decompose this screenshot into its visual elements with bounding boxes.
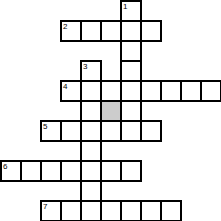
cell-r10c4[interactable] <box>80 200 102 221</box>
clue-number-3: 3 <box>83 62 87 71</box>
cell-r1c7[interactable] <box>140 20 162 42</box>
cell-r6c5[interactable] <box>100 120 122 142</box>
cell-r0c6[interactable]: 1 <box>120 0 142 22</box>
cell-r4c4[interactable] <box>80 80 102 102</box>
crossword-board: 1234567 <box>0 0 221 221</box>
cell-r10c3[interactable] <box>60 200 82 221</box>
cell-r2c6[interactable] <box>120 40 142 62</box>
cell-r8c3[interactable] <box>60 160 82 182</box>
cell-r4c8[interactable] <box>160 80 182 102</box>
cell-r10c7[interactable] <box>140 200 162 221</box>
cell-r1c6[interactable] <box>120 20 142 42</box>
cell-r4c5[interactable] <box>100 80 122 102</box>
cell-r8c6[interactable] <box>120 160 142 182</box>
cell-r5c5-shaded[interactable] <box>100 100 122 122</box>
cell-r6c3[interactable] <box>60 120 82 142</box>
clue-number-2: 2 <box>63 22 67 31</box>
cell-r1c3[interactable]: 2 <box>60 20 82 42</box>
cell-r1c4[interactable] <box>80 20 102 42</box>
clue-number-4: 4 <box>63 82 67 91</box>
clue-number-1: 1 <box>123 2 127 11</box>
cell-r8c1[interactable] <box>20 160 42 182</box>
cell-r10c2[interactable]: 7 <box>40 200 62 221</box>
cell-r3c4[interactable]: 3 <box>80 60 102 82</box>
cell-r8c4[interactable] <box>80 160 102 182</box>
cell-r10c5[interactable] <box>100 200 122 221</box>
cell-r5c6[interactable] <box>120 100 142 122</box>
cell-r4c6[interactable] <box>120 80 142 102</box>
cell-r4c7[interactable] <box>140 80 162 102</box>
cell-r6c7[interactable] <box>140 120 162 142</box>
cell-r4c9[interactable] <box>180 80 202 102</box>
clue-number-6: 6 <box>3 162 7 171</box>
clue-number-5: 5 <box>43 122 47 131</box>
cell-r6c4[interactable] <box>80 120 102 142</box>
cell-r8c0[interactable]: 6 <box>0 160 22 182</box>
cell-r10c8[interactable] <box>160 200 182 221</box>
clue-number-7: 7 <box>43 202 47 211</box>
cell-r7c4[interactable] <box>80 140 102 162</box>
cell-r10c6[interactable] <box>120 200 142 221</box>
cell-r1c5[interactable] <box>100 20 122 42</box>
cell-r6c2[interactable]: 5 <box>40 120 62 142</box>
cell-r4c10[interactable] <box>200 80 221 102</box>
cell-r3c6[interactable] <box>120 60 142 82</box>
cell-r8c2[interactable] <box>40 160 62 182</box>
cell-r4c3[interactable]: 4 <box>60 80 82 102</box>
cell-r6c6[interactable] <box>120 120 142 142</box>
cell-r9c4[interactable] <box>80 180 102 202</box>
cell-r8c5[interactable] <box>100 160 122 182</box>
cell-r5c4[interactable] <box>80 100 102 122</box>
